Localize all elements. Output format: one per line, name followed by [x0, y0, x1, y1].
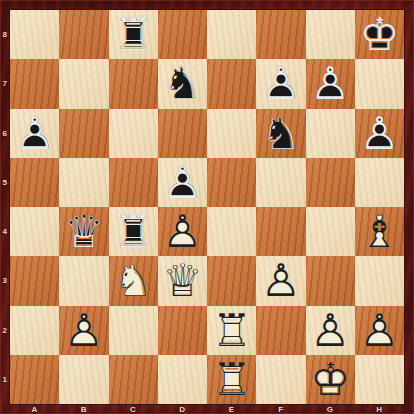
- square-d1[interactable]: [158, 355, 207, 404]
- square-d7[interactable]: ♞♘: [158, 59, 207, 108]
- square-g1[interactable]: ♚♔: [306, 355, 355, 404]
- white-pawn[interactable]: ♟♙: [306, 306, 355, 355]
- board-frame: 87654321 ABCDEFGH ♜♖♚♔♞♘♟♙♟♙♟♙♞♘♟♙♟♙♛♕♜♖…: [0, 0, 414, 414]
- square-h2[interactable]: ♟♙: [355, 306, 404, 355]
- square-b4[interactable]: ♛♕: [59, 207, 108, 256]
- white-king[interactable]: ♚♔: [306, 355, 355, 404]
- square-h8[interactable]: ♚♔: [355, 10, 404, 59]
- square-a2[interactable]: [10, 306, 59, 355]
- file-label-a: A: [10, 404, 59, 414]
- white-rook[interactable]: ♜♖: [207, 306, 256, 355]
- rank-label-3: 3: [0, 256, 10, 305]
- square-d2[interactable]: [158, 306, 207, 355]
- rank-label-6: 6: [0, 109, 10, 158]
- square-d8[interactable]: [158, 10, 207, 59]
- square-h7[interactable]: [355, 59, 404, 108]
- white-pawn[interactable]: ♟♙: [158, 207, 207, 256]
- square-d4[interactable]: ♟♙: [158, 207, 207, 256]
- square-g2[interactable]: ♟♙: [306, 306, 355, 355]
- black-rook[interactable]: ♜♖: [109, 10, 158, 59]
- square-f7[interactable]: ♟♙: [256, 59, 305, 108]
- rank-label-7: 7: [0, 59, 10, 108]
- square-b6[interactable]: [59, 109, 108, 158]
- black-knight[interactable]: ♞♘: [158, 59, 207, 108]
- white-bishop[interactable]: ♝♗: [355, 207, 404, 256]
- white-queen[interactable]: ♛♕: [158, 256, 207, 305]
- rank-label-1: 1: [0, 355, 10, 404]
- square-a4[interactable]: [10, 207, 59, 256]
- square-c4[interactable]: ♜♖: [109, 207, 158, 256]
- square-b5[interactable]: [59, 158, 108, 207]
- square-c2[interactable]: [109, 306, 158, 355]
- square-b3[interactable]: [59, 256, 108, 305]
- square-f4[interactable]: [256, 207, 305, 256]
- rank-label-2: 2: [0, 306, 10, 355]
- square-b1[interactable]: [59, 355, 108, 404]
- square-e2[interactable]: ♜♖: [207, 306, 256, 355]
- square-a7[interactable]: [10, 59, 59, 108]
- black-pawn[interactable]: ♟♙: [256, 59, 305, 108]
- black-pawn[interactable]: ♟♙: [158, 158, 207, 207]
- square-a8[interactable]: [10, 10, 59, 59]
- square-a3[interactable]: [10, 256, 59, 305]
- black-knight[interactable]: ♞♘: [256, 109, 305, 158]
- square-g4[interactable]: [306, 207, 355, 256]
- white-pawn[interactable]: ♟♙: [355, 306, 404, 355]
- white-knight[interactable]: ♞♘: [109, 256, 158, 305]
- square-f8[interactable]: [256, 10, 305, 59]
- square-a6[interactable]: ♟♙: [10, 109, 59, 158]
- file-label-f: F: [256, 404, 305, 414]
- square-g3[interactable]: [306, 256, 355, 305]
- file-label-b: B: [59, 404, 108, 414]
- black-queen[interactable]: ♛♕: [59, 207, 108, 256]
- square-b8[interactable]: [59, 10, 108, 59]
- square-e8[interactable]: [207, 10, 256, 59]
- square-e4[interactable]: [207, 207, 256, 256]
- file-label-h: H: [355, 404, 404, 414]
- square-g8[interactable]: [306, 10, 355, 59]
- square-c5[interactable]: [109, 158, 158, 207]
- file-label-c: C: [109, 404, 158, 414]
- square-a5[interactable]: [10, 158, 59, 207]
- square-f6[interactable]: ♞♘: [256, 109, 305, 158]
- square-e6[interactable]: [207, 109, 256, 158]
- square-e5[interactable]: [207, 158, 256, 207]
- black-pawn[interactable]: ♟♙: [355, 109, 404, 158]
- square-c8[interactable]: ♜♖: [109, 10, 158, 59]
- white-pawn[interactable]: ♟♙: [59, 306, 108, 355]
- square-b2[interactable]: ♟♙: [59, 306, 108, 355]
- square-g7[interactable]: ♟♙: [306, 59, 355, 108]
- square-d6[interactable]: [158, 109, 207, 158]
- chess-board: ♜♖♚♔♞♘♟♙♟♙♟♙♞♘♟♙♟♙♛♕♜♖♟♙♝♗♞♘♛♕♟♙♟♙♜♖♟♙♟♙…: [10, 10, 404, 404]
- square-f5[interactable]: [256, 158, 305, 207]
- square-h6[interactable]: ♟♙: [355, 109, 404, 158]
- square-h3[interactable]: [355, 256, 404, 305]
- file-label-d: D: [158, 404, 207, 414]
- rank-label-4: 4: [0, 207, 10, 256]
- square-g6[interactable]: [306, 109, 355, 158]
- square-g5[interactable]: [306, 158, 355, 207]
- black-pawn[interactable]: ♟♙: [306, 59, 355, 108]
- rank-label-8: 8: [0, 10, 10, 59]
- square-c6[interactable]: [109, 109, 158, 158]
- square-a1[interactable]: [10, 355, 59, 404]
- square-b7[interactable]: [59, 59, 108, 108]
- white-rook[interactable]: ♜♖: [207, 355, 256, 404]
- square-h5[interactable]: [355, 158, 404, 207]
- square-e1[interactable]: ♜♖: [207, 355, 256, 404]
- square-h1[interactable]: [355, 355, 404, 404]
- white-pawn[interactable]: ♟♙: [256, 256, 305, 305]
- square-d3[interactable]: ♛♕: [158, 256, 207, 305]
- black-pawn[interactable]: ♟♙: [10, 109, 59, 158]
- square-c7[interactable]: [109, 59, 158, 108]
- square-c1[interactable]: [109, 355, 158, 404]
- black-king[interactable]: ♚♔: [355, 10, 404, 59]
- square-e7[interactable]: [207, 59, 256, 108]
- square-d5[interactable]: ♟♙: [158, 158, 207, 207]
- square-f1[interactable]: [256, 355, 305, 404]
- rank-label-5: 5: [0, 158, 10, 207]
- square-f3[interactable]: ♟♙: [256, 256, 305, 305]
- square-e3[interactable]: [207, 256, 256, 305]
- black-rook[interactable]: ♜♖: [109, 207, 158, 256]
- square-c3[interactable]: ♞♘: [109, 256, 158, 305]
- square-f2[interactable]: [256, 306, 305, 355]
- square-h4[interactable]: ♝♗: [355, 207, 404, 256]
